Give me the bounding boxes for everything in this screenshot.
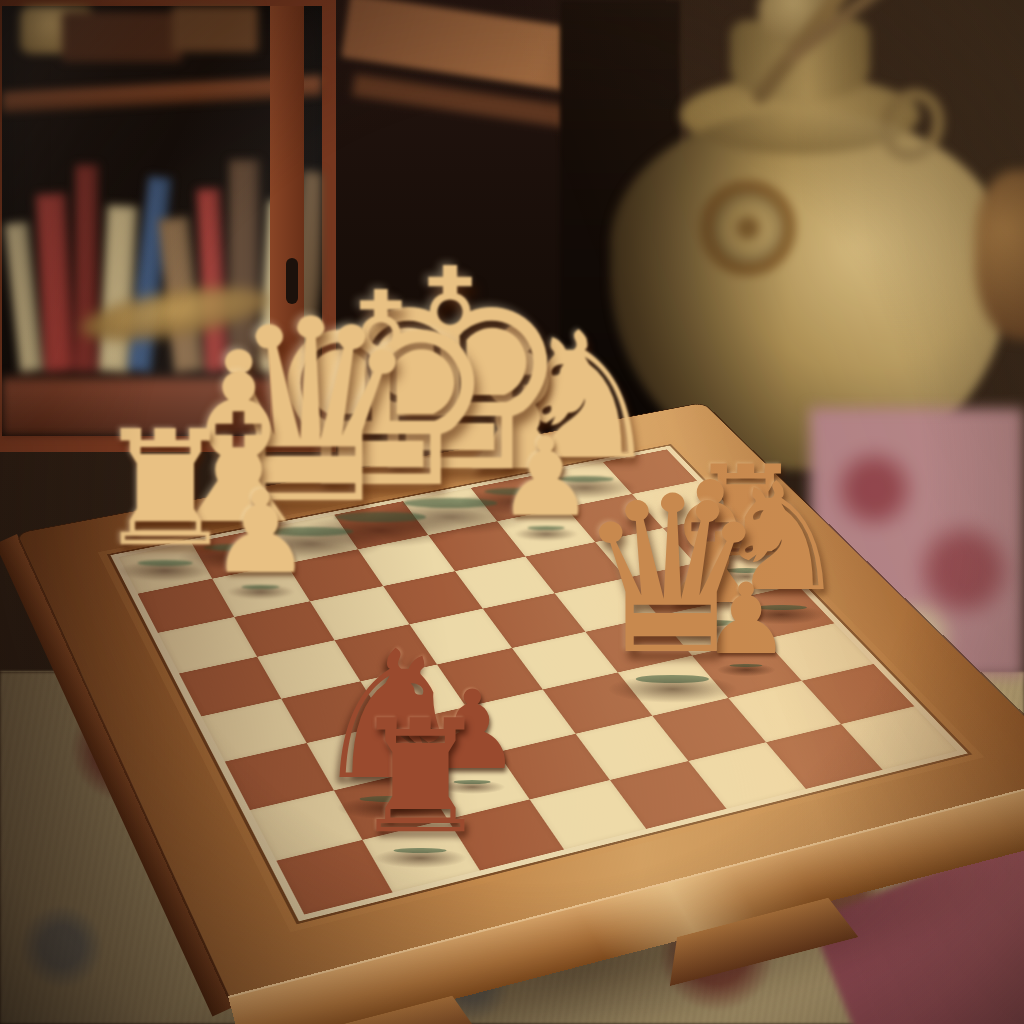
piece-tan-queen-f3[interactable]: ♛ [575, 468, 770, 685]
felt-base [527, 526, 564, 530]
felt-base [241, 585, 280, 589]
photo-scene: ♞♝♚♚♟♛♝♜♜♟♞♝♟♛♟♞♜ [0, 0, 1024, 1024]
pawn-glyph: ♟ [209, 476, 311, 590]
queen-glyph: ♛ [575, 468, 770, 685]
felt-base [636, 675, 710, 683]
board-foot [304, 991, 480, 1024]
piece-red-rook-b1[interactable]: ♜ [351, 699, 491, 855]
rook-glyph: ♜ [351, 699, 491, 855]
piece-cream-pawn-b7[interactable]: ♟ [209, 476, 311, 590]
felt-base [138, 560, 192, 566]
